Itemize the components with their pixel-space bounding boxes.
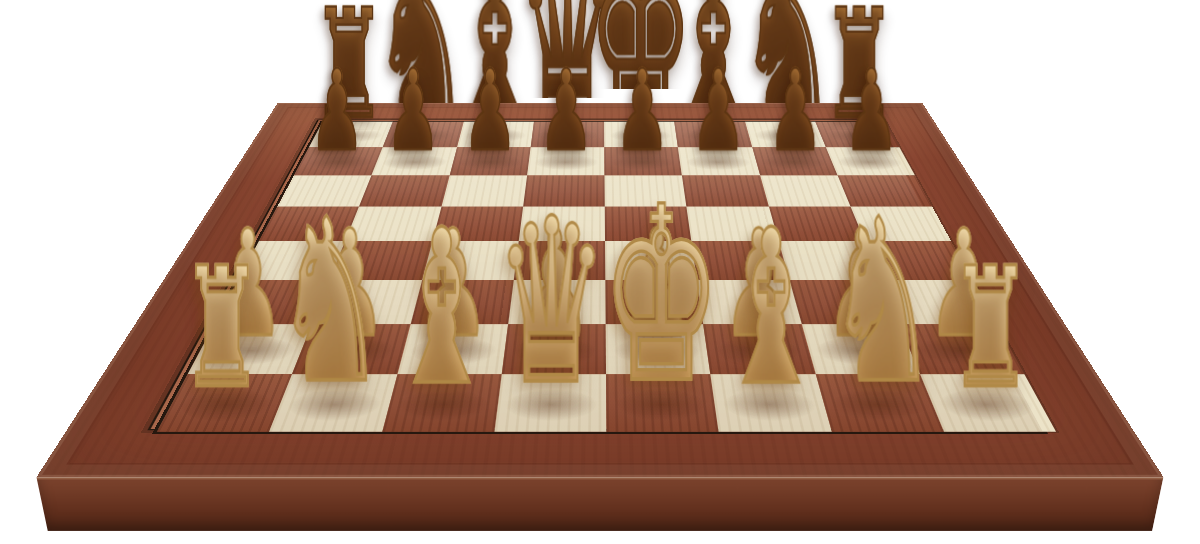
black-rook-h8: ♜ — [707, 0, 1011, 140]
black-rook-a8: ♜ — [197, 0, 501, 140]
square-a1: ♜ — [157, 374, 292, 432]
square-c1: ♝ — [382, 374, 502, 432]
square-b2: ♟ — [292, 324, 410, 374]
square-d6 — [523, 175, 605, 206]
square-c5 — [432, 206, 523, 241]
piece-shadow — [312, 128, 389, 144]
square-b1: ♞ — [269, 374, 397, 432]
square-g7: ♟ — [752, 147, 837, 175]
piece-shadow — [677, 128, 750, 144]
square-h7: ♟ — [826, 147, 915, 175]
piece-shadow — [532, 128, 602, 144]
white-pawn-c2: ♟ — [239, 210, 666, 357]
piece-shadow — [608, 387, 715, 423]
white-pawn-e2: ♟ — [444, 210, 871, 357]
square-h4 — [865, 241, 973, 280]
piece-shadow — [606, 154, 680, 171]
piece-shadow — [164, 387, 285, 423]
piece-shadow — [497, 387, 604, 423]
square-g6 — [760, 175, 851, 206]
piece-shadow — [529, 154, 603, 171]
piece-shadow — [386, 387, 497, 423]
square-f3 — [697, 280, 801, 324]
square-e7: ♟ — [604, 147, 682, 175]
square-f2: ♟ — [703, 324, 815, 374]
square-d8: ♛ — [530, 122, 604, 147]
piece-shadow — [459, 128, 531, 144]
white-bishop-f1: ♝ — [542, 202, 1002, 415]
square-f7: ♟ — [678, 147, 760, 175]
piece-shadow — [298, 154, 379, 171]
piece-shadow — [606, 128, 677, 144]
piece-shadow — [386, 128, 461, 144]
square-c4 — [422, 241, 519, 280]
square-d3 — [508, 280, 606, 324]
square-b6 — [359, 175, 449, 206]
square-f5 — [687, 206, 779, 241]
square-a4 — [238, 241, 345, 280]
piece-shadow — [608, 335, 708, 366]
black-bishop-c8: ♝ — [342, 0, 647, 142]
piece-shadow — [755, 154, 834, 171]
piece-shadow — [297, 335, 405, 366]
square-b5 — [345, 206, 441, 241]
piece-shadow — [927, 387, 1049, 423]
square-a8: ♜ — [309, 122, 393, 147]
piece-shadow — [194, 335, 306, 366]
white-pawn-b2: ♟ — [137, 210, 564, 357]
white-pawn-d2: ♟ — [342, 210, 769, 357]
piece-shadow — [401, 335, 505, 366]
square-f8: ♝ — [674, 122, 751, 147]
square-c7: ♟ — [449, 147, 530, 175]
square-b4 — [330, 241, 432, 280]
square-d2: ♟ — [501, 324, 606, 374]
square-e3 — [605, 280, 703, 324]
piece-shadow — [375, 154, 454, 171]
piece-shadow — [504, 335, 603, 366]
square-h5 — [850, 206, 951, 241]
piece-shadow — [748, 128, 823, 144]
piece-shadow — [821, 387, 938, 423]
square-e2: ♟ — [606, 324, 711, 374]
square-h6 — [837, 175, 932, 206]
square-h2: ♟ — [899, 324, 1024, 374]
square-f1: ♝ — [711, 374, 832, 432]
chess-board: ♜♞♝♛♚♝♞♜♟♟♟♟♟♟♟♟♟♟♟♟♟♟♟♟♜♞♝♛♚♝♞♜ — [36, 103, 1163, 477]
square-g8: ♞ — [745, 122, 826, 147]
board-frame: ♜♞♝♛♚♝♞♜♟♟♟♟♟♟♟♟♟♟♟♟♟♟♟♟♜♞♝♛♚♝♞♜ — [36, 103, 1163, 477]
piece-shadow — [707, 335, 811, 366]
piece-shadow — [452, 154, 528, 171]
square-h3 — [881, 280, 997, 324]
white-bishop-c1: ♝ — [211, 202, 671, 415]
square-c3 — [410, 280, 513, 324]
piece-shadow — [819, 128, 896, 144]
square-b3 — [312, 280, 421, 324]
square-g5 — [768, 206, 864, 241]
white-pawn-f2: ♟ — [546, 210, 973, 357]
piece-shadow — [275, 387, 391, 423]
white-pawn-a2: ♟ — [35, 210, 462, 357]
square-b8: ♞ — [383, 122, 464, 147]
piece-shadow — [830, 154, 911, 171]
square-d4 — [514, 241, 606, 280]
white-pawn-h2: ♟ — [750, 210, 1177, 357]
square-d5 — [518, 206, 605, 241]
piece-shadow — [681, 154, 758, 171]
square-f4 — [692, 241, 789, 280]
square-e8: ♚ — [604, 122, 678, 147]
square-g3 — [789, 280, 899, 324]
square-e4 — [605, 241, 697, 280]
board-front-edge — [36, 477, 1163, 531]
square-a5 — [259, 206, 359, 241]
square-a7: ♟ — [294, 147, 383, 175]
square-h1: ♜ — [920, 374, 1056, 432]
piece-shadow — [906, 335, 1018, 366]
piece-shadow — [715, 387, 827, 423]
square-c8: ♝ — [457, 122, 534, 147]
square-g4 — [778, 241, 881, 280]
square-e5 — [605, 206, 692, 241]
square-b7: ♟ — [372, 147, 457, 175]
square-d1: ♛ — [494, 374, 606, 432]
square-e1: ♚ — [606, 374, 719, 432]
square-h8: ♜ — [815, 122, 899, 147]
square-d7: ♟ — [527, 147, 605, 175]
square-f6 — [682, 175, 768, 206]
piece-shadow — [806, 335, 914, 366]
square-e6 — [604, 175, 686, 206]
chess-set-photo: ♜♞♝♛♚♝♞♜♟♟♟♟♟♟♟♟♟♟♟♟♟♟♟♟♜♞♝♛♚♝♞♜ — [0, 0, 1200, 544]
black-bishop-f8: ♝ — [561, 0, 866, 142]
square-c2: ♟ — [397, 324, 508, 374]
board-grid: ♜♞♝♛♚♝♞♜♟♟♟♟♟♟♟♟♟♟♟♟♟♟♟♟♜♞♝♛♚♝♞♜ — [152, 121, 1048, 434]
square-a2: ♟ — [188, 324, 313, 374]
board-inlay-line: ♜♞♝♛♚♝♞♜♟♟♟♟♟♟♟♟♟♟♟♟♟♟♟♟♜♞♝♛♚♝♞♜ — [147, 120, 1052, 431]
square-c6 — [441, 175, 527, 206]
square-a6 — [277, 175, 371, 206]
square-a3 — [215, 280, 330, 324]
white-pawn-g2: ♟ — [648, 210, 1075, 357]
